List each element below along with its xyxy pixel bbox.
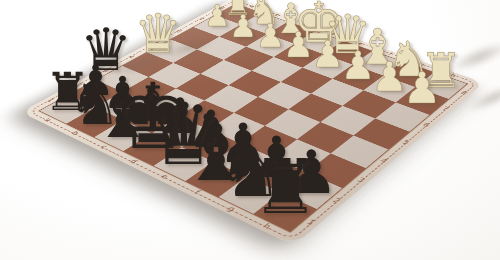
- product-photo: aabbccddeeffgghh1122334455667788 ♜♞♝♚♛♝♞…: [0, 0, 500, 260]
- shadow-far-pieces: [445, 36, 500, 77]
- chess-mat: aabbccddeeffgghh1122334455667788: [21, 0, 484, 246]
- chess-board: [40, 4, 467, 231]
